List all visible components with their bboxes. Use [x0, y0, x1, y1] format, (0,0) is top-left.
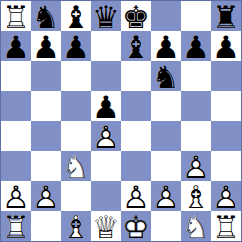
- square-f5[interactable]: [151, 91, 181, 121]
- black-pawn[interactable]: ♟: [91, 92, 121, 122]
- square-d5[interactable]: ♟: [91, 91, 121, 121]
- black-king[interactable]: ♚: [121, 2, 151, 32]
- square-c4[interactable]: [61, 121, 91, 151]
- square-b7[interactable]: ♟: [31, 31, 61, 61]
- square-f1[interactable]: [151, 211, 181, 241]
- piece-glyph-outline: ♖: [211, 212, 241, 242]
- square-c2[interactable]: [61, 181, 91, 211]
- square-b1[interactable]: [31, 211, 61, 241]
- square-e5[interactable]: [121, 91, 151, 121]
- black-bishop[interactable]: ♝: [121, 32, 151, 62]
- piece-glyph-fill: ♞: [151, 62, 181, 92]
- white-king[interactable]: ♚♔: [121, 212, 151, 242]
- square-d3[interactable]: [91, 151, 121, 181]
- square-b6[interactable]: [31, 61, 61, 91]
- square-d8[interactable]: ♛: [91, 1, 121, 31]
- square-f8[interactable]: [151, 1, 181, 31]
- piece-glyph-outline: ♙: [1, 182, 31, 212]
- black-pawn[interactable]: ♟: [31, 32, 61, 62]
- white-bishop[interactable]: ♝♗: [181, 182, 211, 212]
- white-knight[interactable]: ♞♘: [61, 152, 91, 182]
- square-a3[interactable]: [1, 151, 31, 181]
- square-c7[interactable]: ♟: [61, 31, 91, 61]
- black-pawn[interactable]: ♟: [211, 32, 241, 62]
- black-pawn[interactable]: ♟: [61, 32, 91, 62]
- black-bishop[interactable]: ♝: [61, 2, 91, 32]
- black-pawn[interactable]: ♟: [1, 32, 31, 62]
- square-e8[interactable]: ♚: [121, 1, 151, 31]
- piece-glyph-outline: ♗: [181, 182, 211, 212]
- square-c6[interactable]: [61, 61, 91, 91]
- piece-glyph-fill: ♚: [121, 2, 151, 32]
- square-h3[interactable]: [211, 151, 241, 181]
- white-rook[interactable]: ♜♖: [1, 212, 31, 242]
- piece-glyph-fill: ♜: [211, 2, 241, 32]
- square-e4[interactable]: [121, 121, 151, 151]
- square-h7[interactable]: ♟: [211, 31, 241, 61]
- square-f6[interactable]: ♞: [151, 61, 181, 91]
- square-a5[interactable]: [1, 91, 31, 121]
- piece-glyph-fill: ♟: [31, 32, 61, 62]
- square-g5[interactable]: [181, 91, 211, 121]
- piece-glyph-outline: ♙: [181, 152, 211, 182]
- square-f7[interactable]: ♟: [151, 31, 181, 61]
- board-frame: ♜♖♞♝♛♚♜♟♟♟♝♟♟♟♞♟♟♙♞♘♟♙♟♙♟♙♟♙♟♙♝♗♟♙♜♖♝♗♛♕…: [0, 0, 242, 242]
- black-rook[interactable]: ♜: [211, 2, 241, 32]
- piece-glyph-outline: ♘: [181, 212, 211, 242]
- square-e3[interactable]: [121, 151, 151, 181]
- white-pawn[interactable]: ♟♙: [31, 182, 61, 212]
- piece-glyph-fill: ♝: [61, 2, 91, 32]
- piece-glyph-outline: ♙: [151, 182, 181, 212]
- square-d6[interactable]: [91, 61, 121, 91]
- square-b8[interactable]: ♞: [31, 1, 61, 31]
- square-h4[interactable]: [211, 121, 241, 151]
- square-g7[interactable]: ♟: [181, 31, 211, 61]
- square-g8[interactable]: [181, 1, 211, 31]
- square-g2[interactable]: ♝♗: [181, 181, 211, 211]
- piece-glyph-fill: ♟: [151, 32, 181, 62]
- square-e1[interactable]: ♚♔: [121, 211, 151, 241]
- square-h2[interactable]: ♟♙: [211, 181, 241, 211]
- square-f2[interactable]: ♟♙: [151, 181, 181, 211]
- piece-glyph-fill: ♟: [61, 32, 91, 62]
- square-a2[interactable]: ♟♙: [1, 181, 31, 211]
- piece-glyph-fill: ♟: [211, 32, 241, 62]
- square-e6[interactable]: [121, 61, 151, 91]
- white-rook[interactable]: ♜♖: [211, 212, 241, 242]
- square-f4[interactable]: [151, 121, 181, 151]
- square-h5[interactable]: [211, 91, 241, 121]
- piece-glyph-outline: ♖: [1, 212, 31, 242]
- piece-glyph-outline: ♙: [31, 182, 61, 212]
- piece-glyph-outline: ♕: [91, 212, 121, 242]
- white-queen[interactable]: ♛♕: [91, 212, 121, 242]
- white-pawn[interactable]: ♟♙: [181, 152, 211, 182]
- square-h6[interactable]: [211, 61, 241, 91]
- square-c3[interactable]: ♞♘: [61, 151, 91, 181]
- square-a4[interactable]: [1, 121, 31, 151]
- square-g6[interactable]: [181, 61, 211, 91]
- white-pawn[interactable]: ♟♙: [211, 182, 241, 212]
- piece-glyph-fill: ♞: [31, 2, 61, 32]
- white-pawn[interactable]: ♟♙: [151, 182, 181, 212]
- square-h8[interactable]: ♜: [211, 1, 241, 31]
- black-knight[interactable]: ♞: [31, 2, 61, 32]
- square-a7[interactable]: ♟: [1, 31, 31, 61]
- piece-glyph-outline: ♗: [61, 212, 91, 242]
- white-pawn[interactable]: ♟♙: [1, 182, 31, 212]
- piece-glyph-outline: ♖: [1, 2, 31, 32]
- square-c5[interactable]: [61, 91, 91, 121]
- square-g4[interactable]: [181, 121, 211, 151]
- piece-glyph-fill: ♟: [1, 32, 31, 62]
- piece-glyph-outline: ♙: [211, 182, 241, 212]
- square-e7[interactable]: ♝: [121, 31, 151, 61]
- square-a8[interactable]: ♜♖: [1, 1, 31, 31]
- piece-glyph-fill: ♟: [181, 32, 211, 62]
- white-pawn[interactable]: ♟♙: [91, 122, 121, 152]
- black-pawn[interactable]: ♟: [151, 32, 181, 62]
- white-rook[interactable]: ♜♖: [1, 2, 31, 32]
- square-b5[interactable]: [31, 91, 61, 121]
- piece-glyph-fill: ♝: [121, 32, 151, 62]
- white-pawn[interactable]: ♟♙: [121, 182, 151, 212]
- white-bishop[interactable]: ♝♗: [61, 212, 91, 242]
- chess-board: ♜♖♞♝♛♚♜♟♟♟♝♟♟♟♞♟♟♙♞♘♟♙♟♙♟♙♟♙♟♙♝♗♟♙♜♖♝♗♛♕…: [1, 1, 241, 241]
- square-g3[interactable]: ♟♙: [181, 151, 211, 181]
- black-knight[interactable]: ♞: [151, 62, 181, 92]
- square-d2[interactable]: [91, 181, 121, 211]
- square-b4[interactable]: [31, 121, 61, 151]
- piece-glyph-outline: ♘: [61, 152, 91, 182]
- square-f3[interactable]: [151, 151, 181, 181]
- square-a1[interactable]: ♜♖: [1, 211, 31, 241]
- white-knight[interactable]: ♞♘: [181, 212, 211, 242]
- square-b2[interactable]: ♟♙: [31, 181, 61, 211]
- piece-glyph-outline: ♙: [121, 182, 151, 212]
- black-pawn[interactable]: ♟: [181, 32, 211, 62]
- piece-glyph-fill: ♛: [91, 2, 121, 32]
- black-queen[interactable]: ♛: [91, 2, 121, 32]
- square-a6[interactable]: [1, 61, 31, 91]
- square-g1[interactable]: ♞♘: [181, 211, 211, 241]
- square-h1[interactable]: ♜♖: [211, 211, 241, 241]
- piece-glyph-fill: ♟: [91, 92, 121, 122]
- piece-glyph-outline: ♔: [121, 212, 151, 242]
- piece-glyph-outline: ♙: [91, 122, 121, 152]
- square-c1[interactable]: ♝♗: [61, 211, 91, 241]
- square-d1[interactable]: ♛♕: [91, 211, 121, 241]
- square-b3[interactable]: [31, 151, 61, 181]
- square-e2[interactable]: ♟♙: [121, 181, 151, 211]
- square-c8[interactable]: ♝: [61, 1, 91, 31]
- square-d4[interactable]: ♟♙: [91, 121, 121, 151]
- square-d7[interactable]: [91, 31, 121, 61]
